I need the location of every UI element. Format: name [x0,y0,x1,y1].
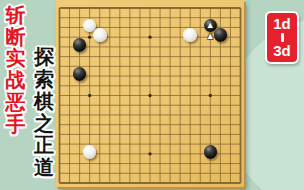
star-point [148,35,151,38]
banner-character: 实 [6,48,26,70]
video-thumbnail: ▲▲ 斩断实战恶手 探索棋之正道 1d 3d [0,0,304,190]
triangle-point-marker-icon: ▲ [206,32,215,41]
banner-character: 恶 [6,92,26,114]
rank-bottom-label: 3d [273,43,291,59]
white-stone [83,145,97,159]
subtitle-banner: 探索棋之正道 [30,46,58,178]
star-point [88,35,91,38]
banner-character: 棋 [34,90,54,112]
rank-top-label: 1d [273,16,291,32]
black-stone [204,145,218,159]
banner-character: 正 [34,134,54,156]
banner-character: 斩 [6,5,26,27]
banner-character: 之 [34,112,54,134]
star-point [148,152,151,155]
triangle-mark-icon: ▲ [206,20,215,29]
banner-character: 索 [34,68,54,90]
banner-character: 道 [34,156,54,178]
rank-divider-bar [281,33,284,42]
black-stone [214,28,228,42]
star-point [209,94,212,97]
black-stone [73,38,87,52]
star-point [148,94,151,97]
white-stone [183,28,197,42]
star-point [88,94,91,97]
banner-character: 断 [6,27,26,49]
banner-character: 探 [34,46,54,68]
rank-badge: 1d 3d [265,11,299,64]
banner-character: 战 [6,70,26,92]
go-board: ▲▲ [56,0,244,187]
banner-character: 手 [6,114,26,136]
white-stone [93,28,107,42]
black-stone [73,67,87,81]
title-banner: 斩断实战恶手 [1,5,30,135]
